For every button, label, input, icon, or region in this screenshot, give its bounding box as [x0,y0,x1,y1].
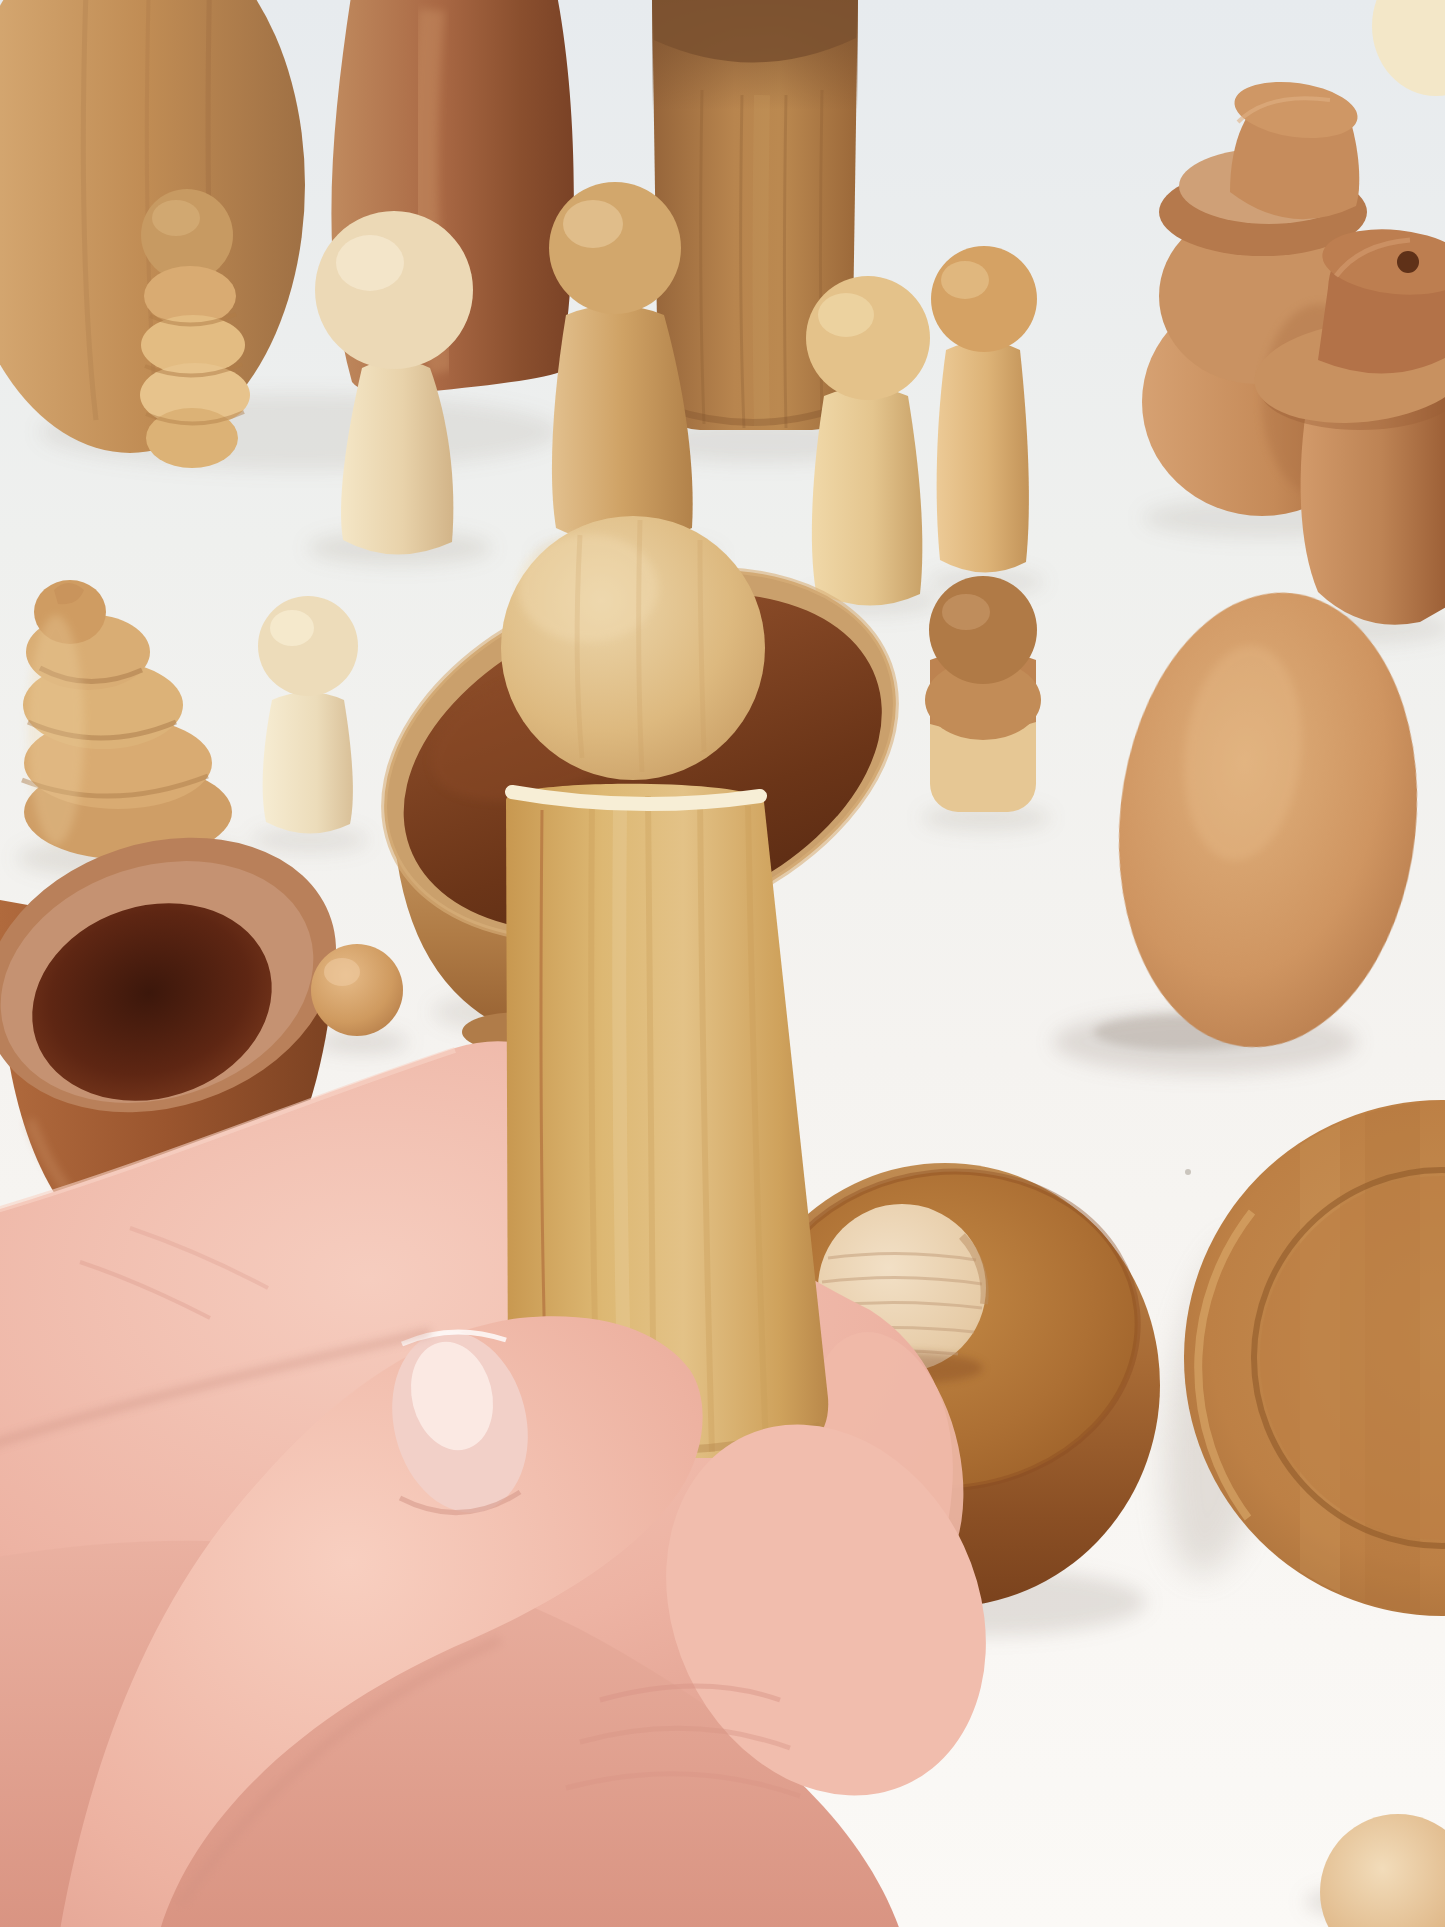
small-doll-a [806,276,930,606]
dust-speck [1185,1169,1191,1175]
cap-hole [1397,251,1419,273]
small-pale-doll [258,596,358,834]
photo-stage [0,0,1445,1927]
wooden-ball [311,944,403,1036]
small-doll-b [931,246,1037,573]
tan-girl-doll [549,182,693,544]
two-tone-doll [925,576,1041,812]
